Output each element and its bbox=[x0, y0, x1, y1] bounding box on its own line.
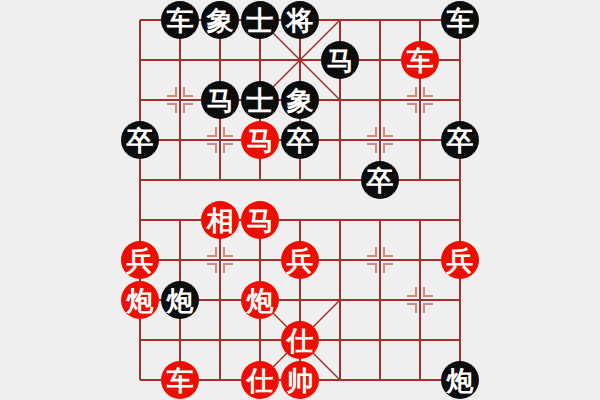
piece-red-cannon[interactable]: 炮 bbox=[121, 281, 159, 319]
piece-black-cannon[interactable]: 炮 bbox=[441, 361, 479, 399]
piece-black-cannon[interactable]: 炮 bbox=[161, 281, 199, 319]
piece-black-pawn[interactable]: 卒 bbox=[121, 121, 159, 159]
piece-red-pawn[interactable]: 兵 bbox=[121, 241, 159, 279]
piece-black-chariot[interactable]: 车 bbox=[161, 1, 199, 39]
piece-red-advisor[interactable]: 仕 bbox=[241, 361, 279, 399]
piece-black-horse[interactable]: 马 bbox=[321, 41, 359, 79]
piece-red-advisor[interactable]: 仕 bbox=[281, 321, 319, 359]
piece-black-elephant[interactable]: 象 bbox=[201, 1, 239, 39]
piece-red-horse[interactable]: 马 bbox=[241, 121, 279, 159]
piece-black-advisor[interactable]: 士 bbox=[241, 81, 279, 119]
piece-red-cannon[interactable]: 炮 bbox=[241, 281, 279, 319]
piece-red-pawn[interactable]: 兵 bbox=[281, 241, 319, 279]
piece-red-general[interactable]: 帅 bbox=[281, 361, 319, 399]
piece-red-chariot[interactable]: 车 bbox=[161, 361, 199, 399]
piece-black-pawn[interactable]: 卒 bbox=[361, 161, 399, 199]
piece-black-advisor[interactable]: 士 bbox=[241, 1, 279, 39]
piece-red-horse[interactable]: 马 bbox=[241, 201, 279, 239]
xiangqi-board: 车象士将车马车马士象卒马卒卒卒相马兵兵兵炮炮炮仕车仕帅炮 bbox=[0, 0, 600, 400]
piece-black-general[interactable]: 将 bbox=[281, 1, 319, 39]
piece-black-elephant[interactable]: 象 bbox=[281, 81, 319, 119]
piece-black-pawn[interactable]: 卒 bbox=[441, 121, 479, 159]
piece-red-chariot[interactable]: 车 bbox=[401, 41, 439, 79]
piece-black-chariot[interactable]: 车 bbox=[441, 1, 479, 39]
piece-black-horse[interactable]: 马 bbox=[201, 81, 239, 119]
piece-black-pawn[interactable]: 卒 bbox=[281, 121, 319, 159]
pieces-layer: 车象士将车马车马士象卒马卒卒卒相马兵兵兵炮炮炮仕车仕帅炮 bbox=[120, 0, 480, 400]
piece-red-pawn[interactable]: 兵 bbox=[441, 241, 479, 279]
piece-red-elephant[interactable]: 相 bbox=[201, 201, 239, 239]
